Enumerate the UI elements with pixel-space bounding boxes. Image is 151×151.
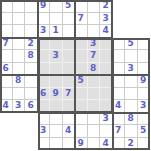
cell-r11c6[interactable]: 4 bbox=[63, 125, 76, 138]
cell-r4c8[interactable]: 3 bbox=[88, 38, 101, 51]
cell-r1c5[interactable] bbox=[50, 0, 63, 13]
cell-r10c7[interactable] bbox=[75, 113, 88, 126]
cell-r5c3[interactable]: 8 bbox=[25, 50, 38, 63]
cell-r6c10[interactable] bbox=[113, 63, 126, 76]
cell-r9c8[interactable] bbox=[88, 100, 101, 113]
cell-r2c6[interactable] bbox=[63, 13, 76, 26]
cell-r4c12[interactable] bbox=[138, 38, 151, 51]
cell-r9c6[interactable] bbox=[63, 100, 76, 113]
cell-r9c11[interactable] bbox=[125, 100, 138, 113]
cell-r7c11[interactable] bbox=[125, 75, 138, 88]
void-cell bbox=[0, 138, 13, 151]
cell-r3c4[interactable]: 3 bbox=[38, 25, 51, 38]
cell-r12c7[interactable]: 9 bbox=[75, 138, 88, 151]
cell-r2c8[interactable] bbox=[88, 13, 101, 26]
cell-r11c5[interactable] bbox=[50, 125, 63, 138]
cell-r11c12[interactable]: 5 bbox=[138, 125, 151, 138]
void-cell bbox=[113, 13, 126, 26]
void-cell bbox=[25, 113, 38, 126]
cell-r6c6[interactable] bbox=[63, 63, 76, 76]
cell-r9c3[interactable]: 6 bbox=[25, 100, 38, 113]
cell-r12c12[interactable] bbox=[138, 138, 151, 151]
void-cell bbox=[113, 25, 126, 38]
cell-r6c4[interactable] bbox=[38, 63, 51, 76]
cell-r10c9[interactable]: 3 bbox=[100, 113, 113, 126]
cell-r12c6[interactable] bbox=[63, 138, 76, 151]
cell-r8c4[interactable]: 6 bbox=[38, 88, 51, 101]
cell-r9c7[interactable] bbox=[75, 100, 88, 113]
cell-r10c10[interactable] bbox=[113, 113, 126, 126]
void-cell bbox=[13, 125, 26, 138]
cell-r1c3[interactable] bbox=[25, 0, 38, 13]
cell-r11c10[interactable]: 7 bbox=[113, 125, 126, 138]
cell-r4c2[interactable] bbox=[13, 38, 26, 51]
cell-r4c10[interactable] bbox=[113, 38, 126, 51]
cell-r8c1[interactable] bbox=[0, 88, 13, 101]
cell-r9c4[interactable] bbox=[38, 100, 51, 113]
cell-r3c3[interactable] bbox=[25, 25, 38, 38]
cell-r7c2[interactable]: 8 bbox=[13, 75, 26, 88]
cell-r12c11[interactable]: 2 bbox=[125, 138, 138, 151]
void-cell bbox=[0, 113, 13, 126]
cell-r10c12[interactable] bbox=[138, 113, 151, 126]
cell-r5c4[interactable] bbox=[38, 50, 51, 63]
cell-r4c5[interactable] bbox=[50, 38, 63, 51]
void-cell bbox=[13, 138, 26, 151]
cell-r9c9[interactable] bbox=[100, 100, 113, 113]
cell-r9c10[interactable]: 4 bbox=[113, 100, 126, 113]
cell-r8c12[interactable] bbox=[138, 88, 151, 101]
void-cell bbox=[25, 125, 38, 138]
cell-r6c9[interactable] bbox=[100, 63, 113, 76]
cell-r9c12[interactable]: 3 bbox=[138, 100, 151, 113]
void-cell bbox=[113, 0, 126, 13]
cell-r6c8[interactable]: 8 bbox=[88, 63, 101, 76]
cell-r7c10[interactable] bbox=[113, 75, 126, 88]
cell-r8c3[interactable] bbox=[25, 88, 38, 101]
cell-r3c1[interactable] bbox=[0, 25, 13, 38]
cell-r1c9[interactable]: 2 bbox=[100, 0, 113, 13]
cell-r1c6[interactable]: 5 bbox=[63, 0, 76, 13]
cell-r2c9[interactable]: 3 bbox=[100, 13, 113, 26]
cell-r7c12[interactable]: 9 bbox=[138, 75, 151, 88]
cell-r9c2[interactable]: 3 bbox=[13, 100, 26, 113]
cell-r6c3[interactable] bbox=[25, 63, 38, 76]
cell-r10c8[interactable] bbox=[88, 113, 101, 126]
void-cell bbox=[13, 113, 26, 126]
cell-r8c9[interactable] bbox=[100, 88, 113, 101]
cell-r1c7[interactable] bbox=[75, 0, 88, 13]
cell-r7c4[interactable] bbox=[38, 75, 51, 88]
cell-r2c7[interactable]: 7 bbox=[75, 13, 88, 26]
cell-r12c4[interactable] bbox=[38, 138, 51, 151]
cell-r8c6[interactable]: 7 bbox=[63, 88, 76, 101]
cell-r8c10[interactable] bbox=[113, 88, 126, 101]
cell-r3c6[interactable] bbox=[63, 25, 76, 38]
cell-r2c1[interactable] bbox=[0, 13, 13, 26]
void-cell bbox=[25, 138, 38, 151]
cell-r2c5[interactable] bbox=[50, 13, 63, 26]
cell-r8c7[interactable] bbox=[75, 88, 88, 101]
cell-r7c8[interactable] bbox=[88, 75, 101, 88]
cell-r12c9[interactable]: 4 bbox=[100, 138, 113, 151]
cell-r8c8[interactable] bbox=[88, 88, 101, 101]
sudoku-board: 95273314723583768385969743643383475942 bbox=[0, 0, 150, 150]
cell-r1c4[interactable]: 9 bbox=[38, 0, 51, 13]
cell-r4c3[interactable]: 2 bbox=[25, 38, 38, 51]
cell-r9c5[interactable] bbox=[50, 100, 63, 113]
cell-r8c5[interactable]: 9 bbox=[50, 88, 63, 101]
void-cell bbox=[0, 125, 13, 138]
cell-r3c8[interactable] bbox=[88, 25, 101, 38]
cell-r11c7[interactable] bbox=[75, 125, 88, 138]
cell-r4c11[interactable]: 5 bbox=[125, 38, 138, 51]
cell-r7c3[interactable] bbox=[25, 75, 38, 88]
cell-r5c8[interactable]: 7 bbox=[88, 50, 101, 63]
cell-r1c2[interactable] bbox=[13, 0, 26, 13]
cell-r5c6[interactable] bbox=[63, 50, 76, 63]
cell-r11c11[interactable] bbox=[125, 125, 138, 138]
cell-r6c7[interactable] bbox=[75, 63, 88, 76]
cell-r3c9[interactable]: 4 bbox=[100, 25, 113, 38]
cell-r10c6[interactable] bbox=[63, 113, 76, 126]
cell-r3c5[interactable]: 1 bbox=[50, 25, 63, 38]
cell-r10c11[interactable]: 8 bbox=[125, 113, 138, 126]
cell-r7c9[interactable] bbox=[100, 75, 113, 88]
void-cell bbox=[138, 0, 151, 13]
cell-r2c2[interactable] bbox=[13, 13, 26, 26]
cell-r12c8[interactable] bbox=[88, 138, 101, 151]
cell-r4c7[interactable] bbox=[75, 38, 88, 51]
cell-r12c5[interactable] bbox=[50, 138, 63, 151]
cell-grid: 95273314723583768385969743643383475942 bbox=[0, 0, 150, 150]
cell-r5c10[interactable] bbox=[113, 50, 126, 63]
cell-r7c5[interactable] bbox=[50, 75, 63, 88]
cell-r5c11[interactable] bbox=[125, 50, 138, 63]
cell-r6c12[interactable] bbox=[138, 63, 151, 76]
cell-r5c9[interactable] bbox=[100, 50, 113, 63]
void-cell bbox=[125, 0, 138, 13]
cell-r5c2[interactable] bbox=[13, 50, 26, 63]
cell-r5c5[interactable]: 3 bbox=[50, 50, 63, 63]
cell-r4c1[interactable]: 7 bbox=[0, 38, 13, 51]
cell-r3c7[interactable] bbox=[75, 25, 88, 38]
void-cell bbox=[125, 13, 138, 26]
cell-r11c4[interactable]: 3 bbox=[38, 125, 51, 138]
cell-r3c2[interactable] bbox=[13, 25, 26, 38]
cell-r4c6[interactable] bbox=[63, 38, 76, 51]
cell-r11c8[interactable] bbox=[88, 125, 101, 138]
cell-r2c3[interactable] bbox=[25, 13, 38, 26]
cell-r6c5[interactable] bbox=[50, 63, 63, 76]
cell-r1c1[interactable] bbox=[0, 0, 13, 13]
cell-r6c1[interactable]: 6 bbox=[0, 63, 13, 76]
cell-r4c9[interactable] bbox=[100, 38, 113, 51]
cell-r10c4[interactable] bbox=[38, 113, 51, 126]
cell-r7c7[interactable]: 5 bbox=[75, 75, 88, 88]
void-cell bbox=[138, 13, 151, 26]
void-cell bbox=[138, 25, 151, 38]
cell-r10c5[interactable] bbox=[50, 113, 63, 126]
cell-r6c2[interactable] bbox=[13, 63, 26, 76]
cell-r6c11[interactable]: 3 bbox=[125, 63, 138, 76]
cell-r8c11[interactable] bbox=[125, 88, 138, 101]
cell-r2c4[interactable] bbox=[38, 13, 51, 26]
cell-r11c9[interactable] bbox=[100, 125, 113, 138]
cell-r1c8[interactable] bbox=[88, 0, 101, 13]
cell-r9c1[interactable]: 4 bbox=[0, 100, 13, 113]
cell-r8c2[interactable] bbox=[13, 88, 26, 101]
cell-r5c1[interactable] bbox=[0, 50, 13, 63]
cell-r5c7[interactable] bbox=[75, 50, 88, 63]
cell-r7c6[interactable] bbox=[63, 75, 76, 88]
cell-r12c10[interactable] bbox=[113, 138, 126, 151]
cell-r4c4[interactable] bbox=[38, 38, 51, 51]
cell-r7c1[interactable] bbox=[0, 75, 13, 88]
void-cell bbox=[125, 25, 138, 38]
cell-r5c12[interactable] bbox=[138, 50, 151, 63]
